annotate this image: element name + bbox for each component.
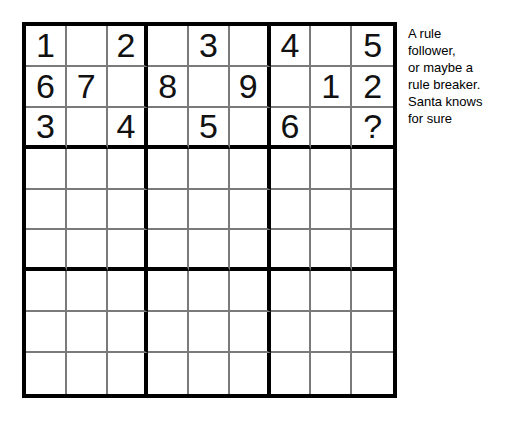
cell-r4c8[interactable] — [311, 149, 352, 190]
cell-r5c4[interactable] — [148, 190, 189, 231]
cell-r5c1[interactable] — [26, 190, 67, 231]
cell-r5c9[interactable] — [352, 190, 393, 231]
cell-r4c7[interactable] — [271, 149, 312, 190]
cell-r6c9[interactable] — [352, 230, 393, 271]
cell-r1c9[interactable]: 5 — [352, 26, 393, 67]
cell-r9c8[interactable] — [311, 353, 352, 394]
cell-r2c6[interactable]: 9 — [230, 67, 271, 108]
cell-r9c6[interactable] — [230, 353, 271, 394]
cell-r1c5[interactable]: 3 — [189, 26, 230, 67]
cell-r6c1[interactable] — [26, 230, 67, 271]
cell-r9c3[interactable] — [108, 353, 149, 394]
cell-r5c3[interactable] — [108, 190, 149, 231]
cell-r3c6[interactable] — [230, 108, 271, 149]
cell-r9c7[interactable] — [271, 353, 312, 394]
caption-line: Santa knows — [408, 93, 520, 110]
cell-r6c3[interactable] — [108, 230, 149, 271]
cell-r3c3[interactable]: 4 — [108, 108, 149, 149]
cell-r4c1[interactable] — [26, 149, 67, 190]
cell-r8c5[interactable] — [189, 312, 230, 353]
cell-r4c3[interactable] — [108, 149, 149, 190]
cell-r3c7[interactable]: 6 — [271, 108, 312, 149]
cell-r3c8[interactable] — [311, 108, 352, 149]
cell-r7c3[interactable] — [108, 271, 149, 312]
cell-r2c2[interactable]: 7 — [67, 67, 108, 108]
cell-r8c8[interactable] — [311, 312, 352, 353]
cell-r7c4[interactable] — [148, 271, 189, 312]
cell-r4c9[interactable] — [352, 149, 393, 190]
puzzle-caption: A rule follower, or maybe a rule breaker… — [408, 25, 520, 127]
cell-r9c9[interactable] — [352, 353, 393, 394]
cell-r3c4[interactable] — [148, 108, 189, 149]
cell-r4c4[interactable] — [148, 149, 189, 190]
cell-r5c6[interactable] — [230, 190, 271, 231]
cell-r5c2[interactable] — [67, 190, 108, 231]
cell-r7c6[interactable] — [230, 271, 271, 312]
cell-r4c2[interactable] — [67, 149, 108, 190]
cell-r1c6[interactable] — [230, 26, 271, 67]
cell-r4c6[interactable] — [230, 149, 271, 190]
cell-r2c5[interactable] — [189, 67, 230, 108]
cell-r1c8[interactable] — [311, 26, 352, 67]
caption-line: A rule — [408, 25, 520, 42]
cell-r2c8[interactable]: 1 — [311, 67, 352, 108]
cell-r6c6[interactable] — [230, 230, 271, 271]
cell-r7c1[interactable] — [26, 271, 67, 312]
cell-r7c9[interactable] — [352, 271, 393, 312]
cell-r3c5[interactable]: 5 — [189, 108, 230, 149]
cell-r2c9[interactable]: 2 — [352, 67, 393, 108]
cell-r7c2[interactable] — [67, 271, 108, 312]
cell-r7c7[interactable] — [271, 271, 312, 312]
cell-r6c8[interactable] — [311, 230, 352, 271]
cell-r1c3[interactable]: 2 — [108, 26, 149, 67]
cell-r6c7[interactable] — [271, 230, 312, 271]
cell-r9c1[interactable] — [26, 353, 67, 394]
cell-r6c5[interactable] — [189, 230, 230, 271]
cell-r8c2[interactable] — [67, 312, 108, 353]
cell-r5c8[interactable] — [311, 190, 352, 231]
cell-r8c1[interactable] — [26, 312, 67, 353]
cell-r6c4[interactable] — [148, 230, 189, 271]
cell-r9c4[interactable] — [148, 353, 189, 394]
cell-r3c1[interactable]: 3 — [26, 108, 67, 149]
caption-line: follower, — [408, 42, 520, 59]
cell-r2c3[interactable] — [108, 67, 149, 108]
cell-r8c3[interactable] — [108, 312, 149, 353]
sudoku-board: 123456789123456? — [22, 22, 397, 398]
cell-r1c2[interactable] — [67, 26, 108, 67]
caption-line: or maybe a — [408, 59, 520, 76]
cell-r1c4[interactable] — [148, 26, 189, 67]
cell-r2c4[interactable]: 8 — [148, 67, 189, 108]
cell-r7c8[interactable] — [311, 271, 352, 312]
cell-r6c2[interactable] — [67, 230, 108, 271]
cell-r8c4[interactable] — [148, 312, 189, 353]
cell-r5c7[interactable] — [271, 190, 312, 231]
cell-r9c2[interactable] — [67, 353, 108, 394]
cell-r3c2[interactable] — [67, 108, 108, 149]
cell-r4c5[interactable] — [189, 149, 230, 190]
cell-r9c5[interactable] — [189, 353, 230, 394]
cell-r1c7[interactable]: 4 — [271, 26, 312, 67]
cell-r8c7[interactable] — [271, 312, 312, 353]
cell-r8c9[interactable] — [352, 312, 393, 353]
cell-r3c9[interactable]: ? — [352, 108, 393, 149]
caption-line: for sure — [408, 110, 520, 127]
cell-r5c5[interactable] — [189, 190, 230, 231]
cell-r1c1[interactable]: 1 — [26, 26, 67, 67]
sudoku-puzzle-screen: 123456789123456? A rule follower, or may… — [0, 0, 524, 423]
cell-r2c7[interactable] — [271, 67, 312, 108]
cell-r7c5[interactable] — [189, 271, 230, 312]
caption-line: rule breaker. — [408, 76, 520, 93]
cell-r8c6[interactable] — [230, 312, 271, 353]
cell-r2c1[interactable]: 6 — [26, 67, 67, 108]
